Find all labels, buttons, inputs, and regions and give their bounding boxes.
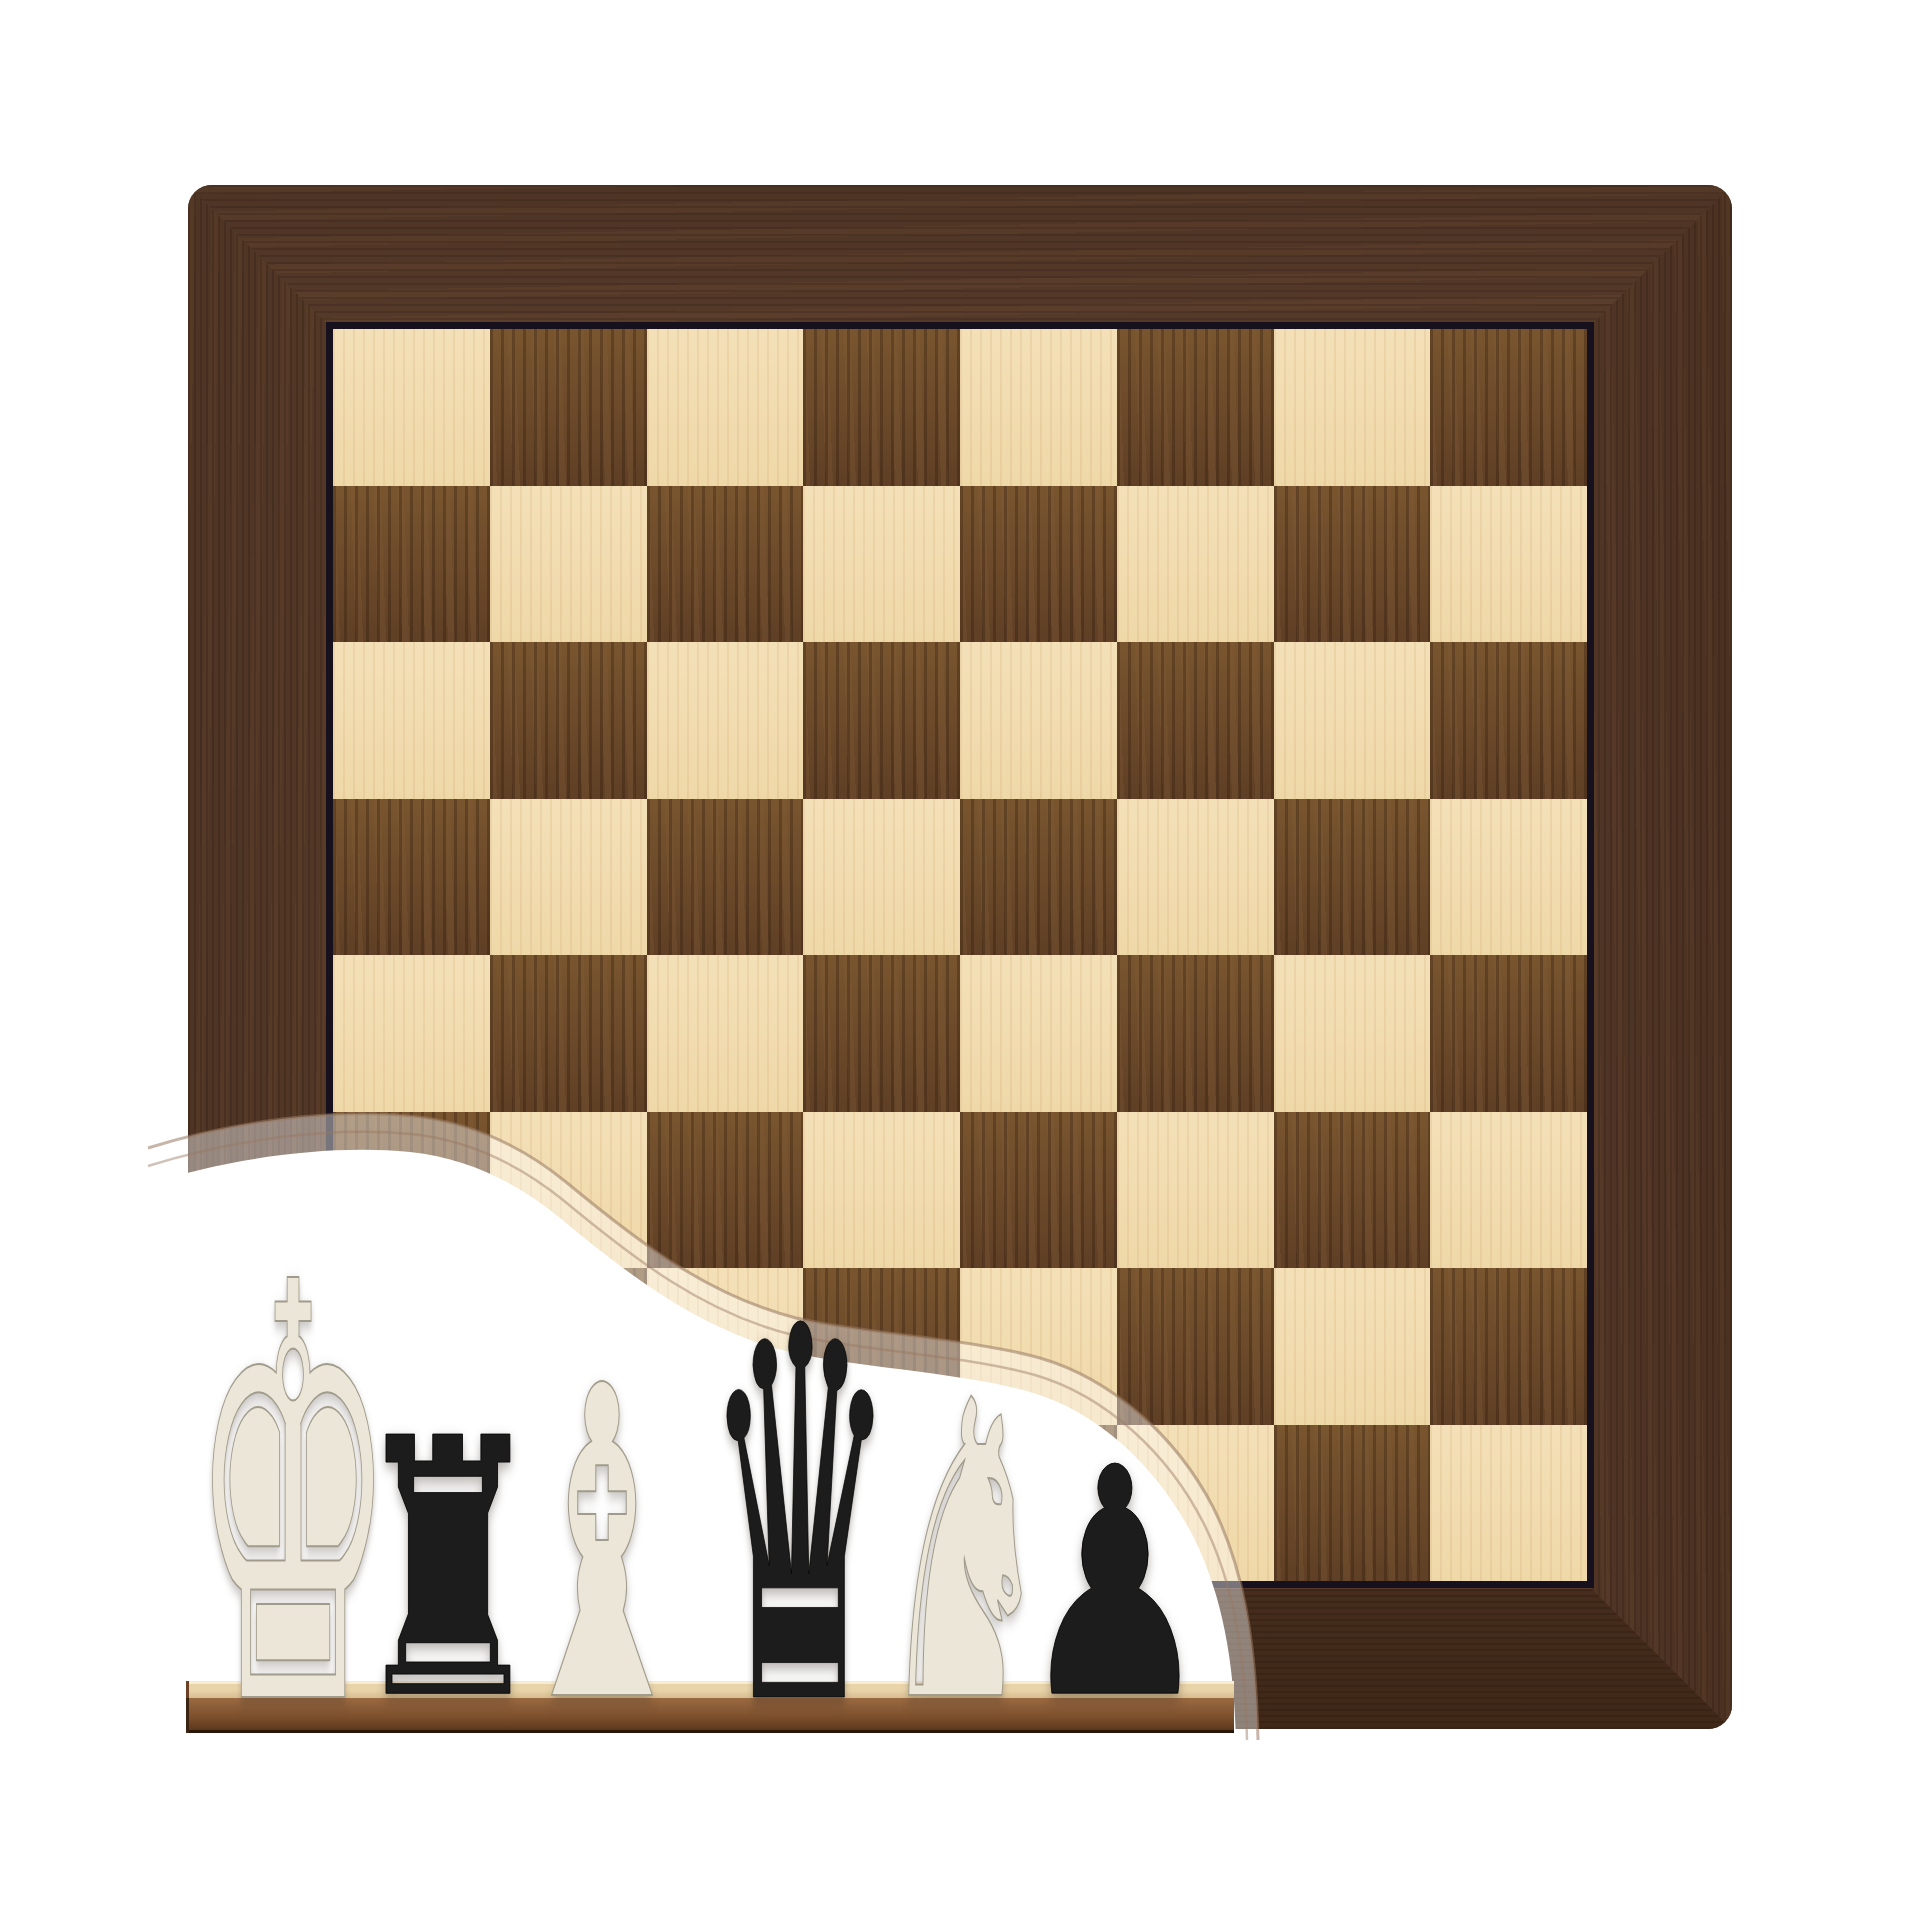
white-bishop-piece: ♝ bbox=[506, 1331, 699, 1761]
black-pawn-piece: ♟ bbox=[1019, 1427, 1211, 1742]
chessboard-product-image: ♚ ♜ ♝ ♛ ♞ ♟ bbox=[0, 0, 1920, 1920]
display-pieces: ♚ ♜ ♝ ♛ ♞ ♟ bbox=[0, 0, 1920, 1920]
black-queen-piece: ♛ bbox=[703, 1261, 897, 1776]
